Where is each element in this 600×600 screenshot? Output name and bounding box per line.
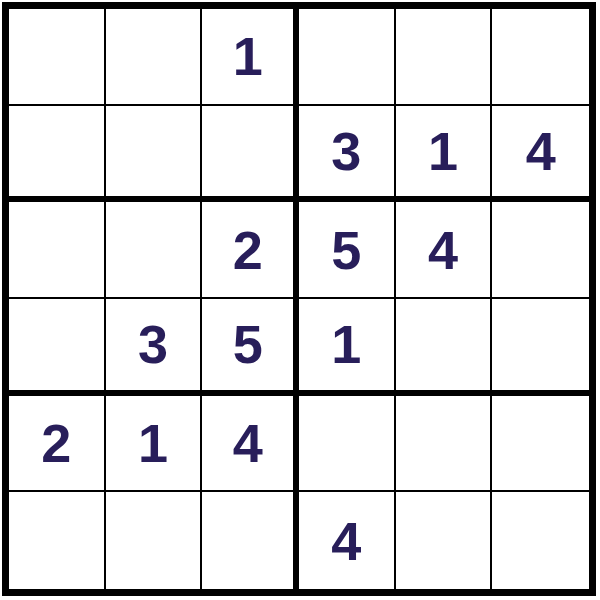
cell-r2c2[interactable]: [106, 106, 203, 203]
cell-r1c5[interactable]: [396, 9, 493, 106]
given-digit: 1: [428, 124, 458, 178]
cell-r4c6[interactable]: [492, 299, 589, 396]
given-digit: 5: [233, 317, 263, 371]
cell-r3c2[interactable]: [106, 202, 203, 299]
cell-r3c4[interactable]: 5: [299, 202, 396, 299]
cell-r2c3[interactable]: [202, 106, 299, 203]
cell-r2c1[interactable]: [9, 106, 106, 203]
given-digit: 1: [331, 317, 361, 371]
sudoku-board: 13142543512144: [2, 2, 596, 596]
cell-r2c5[interactable]: 1: [396, 106, 493, 203]
cell-r6c1[interactable]: [9, 492, 106, 589]
cell-r6c2[interactable]: [106, 492, 203, 589]
cell-r1c3[interactable]: 1: [202, 9, 299, 106]
cell-r1c2[interactable]: [106, 9, 203, 106]
given-digit: 2: [233, 223, 263, 277]
given-digit: 3: [138, 317, 168, 371]
given-digit: 4: [526, 124, 556, 178]
cell-r5c4[interactable]: [299, 396, 396, 493]
cell-r5c5[interactable]: [396, 396, 493, 493]
cell-r1c1[interactable]: [9, 9, 106, 106]
cell-r5c3[interactable]: 4: [202, 396, 299, 493]
cell-r4c5[interactable]: [396, 299, 493, 396]
cell-r1c6[interactable]: [492, 9, 589, 106]
cell-r2c4[interactable]: 3: [299, 106, 396, 203]
cell-r5c2[interactable]: 1: [106, 396, 203, 493]
cell-r3c6[interactable]: [492, 202, 589, 299]
cell-r3c3[interactable]: 2: [202, 202, 299, 299]
given-digit: 2: [41, 416, 71, 470]
given-digit: 1: [233, 29, 263, 83]
cell-r2c6[interactable]: 4: [492, 106, 589, 203]
given-digit: 4: [233, 416, 263, 470]
cell-r3c1[interactable]: [9, 202, 106, 299]
given-digit: 1: [138, 416, 168, 470]
cell-r6c5[interactable]: [396, 492, 493, 589]
cell-r4c1[interactable]: [9, 299, 106, 396]
given-digit: 4: [331, 514, 361, 568]
cell-r4c4[interactable]: 1: [299, 299, 396, 396]
cell-r4c2[interactable]: 3: [106, 299, 203, 396]
cell-r4c3[interactable]: 5: [202, 299, 299, 396]
given-digit: 3: [331, 124, 361, 178]
given-digit: 4: [428, 223, 458, 277]
cell-r6c4[interactable]: 4: [299, 492, 396, 589]
cell-r5c6[interactable]: [492, 396, 589, 493]
given-digit: 5: [331, 223, 361, 277]
cell-r6c3[interactable]: [202, 492, 299, 589]
cell-r6c6[interactable]: [492, 492, 589, 589]
cell-r5c1[interactable]: 2: [9, 396, 106, 493]
cell-r1c4[interactable]: [299, 9, 396, 106]
cell-r3c5[interactable]: 4: [396, 202, 493, 299]
